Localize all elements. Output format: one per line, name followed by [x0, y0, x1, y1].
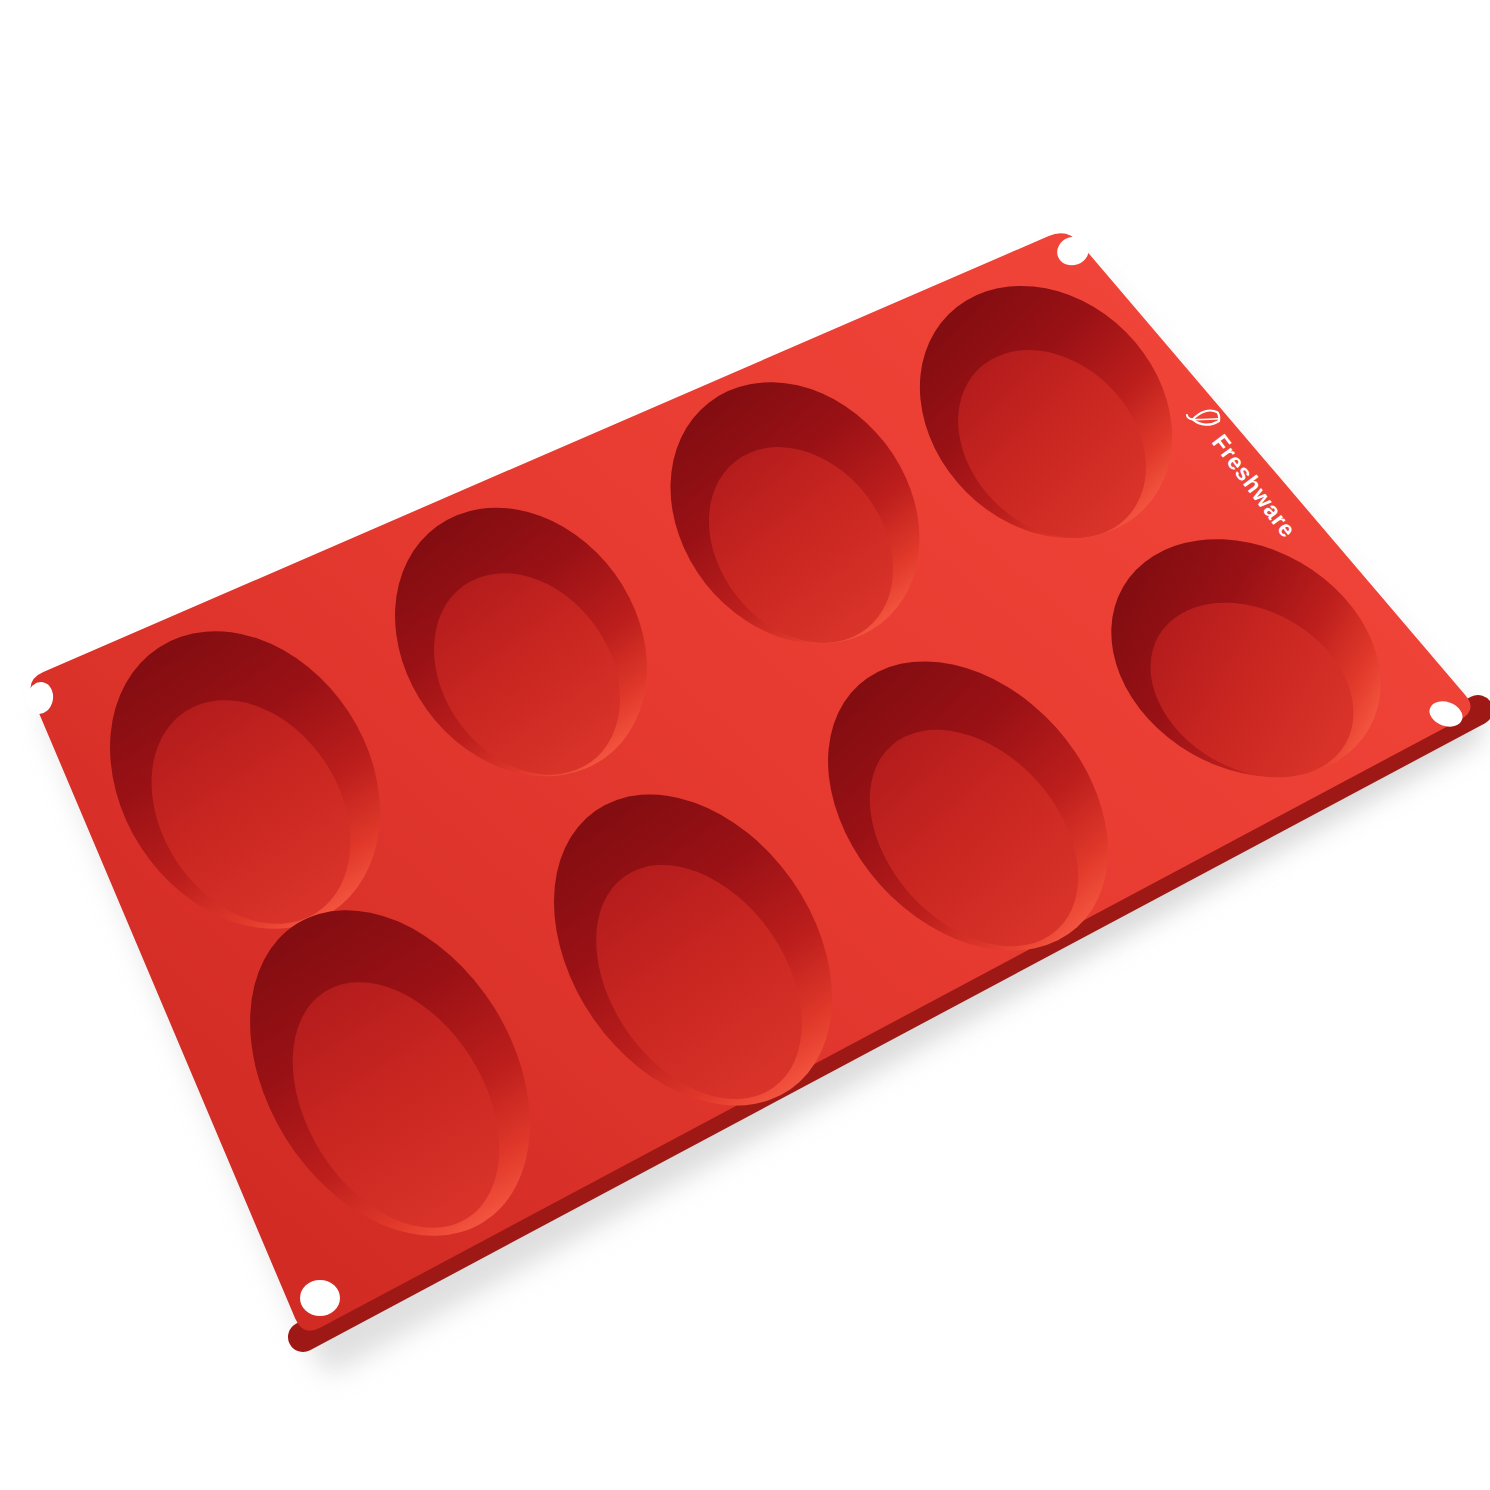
product-photo: Freshware — [0, 0, 1490, 1490]
mounting-hole-3 — [300, 1280, 340, 1316]
silicone-mold-photo: Freshware — [0, 0, 1490, 1490]
